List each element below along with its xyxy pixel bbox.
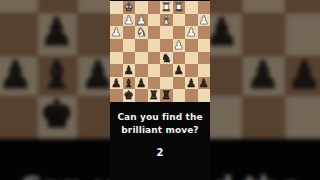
board-square	[135, 52, 148, 65]
black-knight-piece: ♞	[161, 51, 171, 64]
caption-line2: brilliant move?	[110, 124, 210, 137]
black-king-piece: ♚	[124, 89, 134, 102]
board-square	[110, 1, 123, 14]
board-square	[148, 64, 161, 77]
board-square	[198, 89, 211, 102]
board-square: ♜	[173, 1, 186, 14]
board-square	[198, 39, 211, 52]
board-square	[185, 89, 198, 102]
board-square	[185, 1, 198, 14]
board-square: ♝	[160, 14, 173, 27]
board-square: ♚	[123, 89, 136, 102]
board-square	[110, 52, 123, 65]
board-square	[135, 89, 148, 102]
board-square	[123, 39, 136, 52]
board-square	[123, 26, 136, 39]
board-square	[148, 39, 161, 52]
chess-board: ♚♜♜♟♟♝♟♟♞♟♟♞♟♟♟♝♟♟♟♚♜♜	[110, 1, 210, 102]
board-square: ♟	[173, 39, 186, 52]
board-square	[173, 89, 186, 102]
caption-line1: Can you find the	[110, 102, 210, 124]
black-pawn-piece: ♟	[199, 76, 209, 89]
board-square	[135, 39, 148, 52]
white-pawn-piece: ♟	[124, 13, 134, 26]
black-pawn-piece: ♟	[186, 76, 196, 89]
white-pawn-piece: ♟	[174, 38, 184, 51]
white-pawn-piece: ♟	[186, 26, 196, 39]
black-rook-piece: ♜	[149, 89, 159, 102]
board-square: ♟	[185, 77, 198, 90]
board-square	[160, 64, 173, 77]
board-square	[110, 89, 123, 102]
white-bishop-piece: ♝	[161, 13, 171, 26]
black-pawn-piece: ♟	[111, 76, 121, 89]
black-pawn-piece: ♟	[136, 76, 146, 89]
board-square	[110, 39, 123, 52]
board-square	[148, 1, 161, 14]
board-square	[198, 26, 211, 39]
board-square	[185, 39, 198, 52]
board-square: ♜	[160, 89, 173, 102]
board-square: ♞	[160, 52, 173, 65]
board-square: ♟	[185, 26, 198, 39]
white-pawn-piece: ♟	[111, 26, 121, 39]
puzzle-counter: 2	[110, 147, 210, 158]
board-square	[173, 14, 186, 27]
board-square	[198, 52, 211, 65]
board-square	[160, 26, 173, 39]
board-square: ♟	[110, 77, 123, 90]
black-rook-piece: ♜	[161, 89, 171, 102]
board-square: ♞	[135, 26, 148, 39]
board-square: ♟	[135, 77, 148, 90]
white-knight-piece: ♞	[136, 26, 146, 39]
board-square: ♟	[123, 14, 136, 27]
white-pawn-piece: ♟	[199, 13, 209, 26]
caption-band: Can you find the brilliant move? 2	[110, 102, 210, 180]
foreground-frame: ♚♜♜♟♟♝♟♟♞♟♟♞♟♟♟♝♟♟♟♚♜♜ Can you find the …	[0, 0, 320, 180]
board-square: ♜	[148, 89, 161, 102]
black-pawn-piece: ♟	[174, 64, 184, 77]
board-square: ♟	[173, 64, 186, 77]
video-content-column: ♚♜♜♟♟♝♟♟♞♟♟♞♟♟♟♝♟♟♟♚♜♜ Can you find the …	[110, 0, 210, 180]
board-square	[148, 14, 161, 27]
board-square: ♟	[198, 14, 211, 27]
video-frame: ♚♜♜♟♟♝♟♟♞♟♟♞♟♟♟♝♟♟♟♚♜♜ Can you find the …	[0, 0, 320, 180]
board-square	[148, 52, 161, 65]
board-square	[185, 52, 198, 65]
board-square: ♟	[110, 26, 123, 39]
white-rook-piece: ♜	[174, 1, 184, 14]
board-square	[148, 26, 161, 39]
board-square	[173, 77, 186, 90]
board-square: ♟	[198, 77, 211, 90]
